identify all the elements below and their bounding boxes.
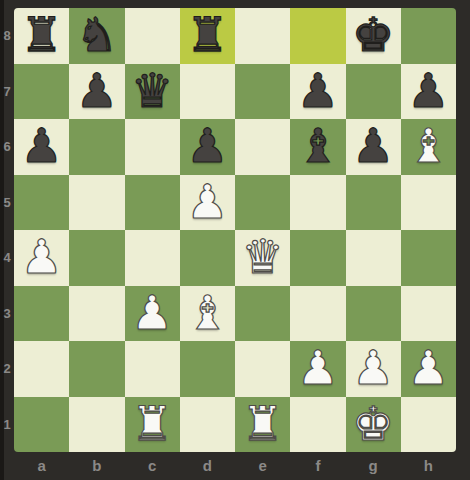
square-g7[interactable]: [346, 64, 401, 120]
white-pawn[interactable]: ♟: [186, 178, 228, 225]
rank-label-5: 5: [0, 175, 14, 231]
square-h5[interactable]: [401, 175, 456, 231]
square-e7[interactable]: [235, 64, 290, 120]
rank-label-4: 4: [0, 230, 14, 286]
white-pawn[interactable]: ♟: [297, 344, 339, 391]
square-h8[interactable]: [401, 8, 456, 64]
square-a4[interactable]: ♟: [14, 230, 69, 286]
file-label-b: b: [69, 452, 124, 478]
square-f1[interactable]: [290, 397, 345, 453]
square-f4[interactable]: [290, 230, 345, 286]
square-g4[interactable]: [346, 230, 401, 286]
square-b1[interactable]: [69, 397, 124, 453]
white-rook[interactable]: ♜: [242, 400, 284, 447]
square-g2[interactable]: ♟: [346, 341, 401, 397]
square-a7[interactable]: [14, 64, 69, 120]
black-bishop[interactable]: ♝: [297, 122, 339, 169]
square-g1[interactable]: ♚: [346, 397, 401, 453]
chess-board: ♜♞♜♚♟♛♟♟♟♟♝♟♝♟♟♛♟♝♟♟♟♜♜♚: [14, 8, 456, 452]
square-c6[interactable]: [125, 119, 180, 175]
square-h3[interactable]: [401, 286, 456, 342]
square-f2[interactable]: ♟: [290, 341, 345, 397]
white-pawn[interactable]: ♟: [131, 289, 173, 336]
square-e2[interactable]: [235, 341, 290, 397]
black-king[interactable]: ♚: [352, 11, 394, 58]
square-f3[interactable]: [290, 286, 345, 342]
square-b7[interactable]: ♟: [69, 64, 124, 120]
rank-coordinates: 87654321: [0, 8, 14, 452]
file-label-e: e: [235, 452, 290, 478]
file-label-f: f: [290, 452, 345, 478]
square-g8[interactable]: ♚: [346, 8, 401, 64]
square-h1[interactable]: [401, 397, 456, 453]
square-d8[interactable]: ♜: [180, 8, 235, 64]
square-d5[interactable]: ♟: [180, 175, 235, 231]
square-h7[interactable]: ♟: [401, 64, 456, 120]
square-a2[interactable]: [14, 341, 69, 397]
square-c1[interactable]: ♜: [125, 397, 180, 453]
square-c2[interactable]: [125, 341, 180, 397]
file-label-a: a: [14, 452, 69, 478]
white-bishop[interactable]: ♝: [186, 289, 228, 336]
black-pawn[interactable]: ♟: [186, 122, 228, 169]
square-a3[interactable]: [14, 286, 69, 342]
file-coordinates: abcdefgh: [14, 452, 456, 478]
square-d4[interactable]: [180, 230, 235, 286]
square-h4[interactable]: [401, 230, 456, 286]
square-b6[interactable]: [69, 119, 124, 175]
white-king[interactable]: ♚: [352, 400, 394, 447]
rank-label-8: 8: [0, 8, 14, 64]
square-e3[interactable]: [235, 286, 290, 342]
black-rook[interactable]: ♜: [21, 11, 63, 58]
square-e4[interactable]: ♛: [235, 230, 290, 286]
white-pawn[interactable]: ♟: [21, 233, 63, 280]
white-pawn[interactable]: ♟: [352, 344, 394, 391]
square-c8[interactable]: [125, 8, 180, 64]
square-a6[interactable]: ♟: [14, 119, 69, 175]
square-d2[interactable]: [180, 341, 235, 397]
file-label-h: h: [401, 452, 456, 478]
black-rook[interactable]: ♜: [186, 11, 228, 58]
white-pawn[interactable]: ♟: [407, 344, 449, 391]
square-g3[interactable]: [346, 286, 401, 342]
square-e5[interactable]: [235, 175, 290, 231]
black-queen[interactable]: ♛: [131, 67, 173, 114]
black-knight[interactable]: ♞: [76, 11, 118, 58]
square-g5[interactable]: [346, 175, 401, 231]
square-c7[interactable]: ♛: [125, 64, 180, 120]
black-pawn[interactable]: ♟: [352, 122, 394, 169]
square-b2[interactable]: [69, 341, 124, 397]
black-pawn[interactable]: ♟: [407, 67, 449, 114]
rank-label-1: 1: [0, 397, 14, 453]
square-d1[interactable]: [180, 397, 235, 453]
rank-label-2: 2: [0, 341, 14, 397]
rank-label-3: 3: [0, 286, 14, 342]
square-d6[interactable]: ♟: [180, 119, 235, 175]
square-c4[interactable]: [125, 230, 180, 286]
rank-label-7: 7: [0, 64, 14, 120]
file-label-c: c: [125, 452, 180, 478]
square-f7[interactable]: ♟: [290, 64, 345, 120]
square-a5[interactable]: [14, 175, 69, 231]
rank-label-6: 6: [0, 119, 14, 175]
square-b4[interactable]: [69, 230, 124, 286]
square-c3[interactable]: ♟: [125, 286, 180, 342]
square-e6[interactable]: [235, 119, 290, 175]
white-rook[interactable]: ♜: [131, 400, 173, 447]
file-label-d: d: [180, 452, 235, 478]
black-pawn[interactable]: ♟: [297, 67, 339, 114]
square-b5[interactable]: [69, 175, 124, 231]
square-f8[interactable]: [290, 8, 345, 64]
square-a1[interactable]: [14, 397, 69, 453]
square-f5[interactable]: [290, 175, 345, 231]
square-f6[interactable]: ♝: [290, 119, 345, 175]
square-e1[interactable]: ♜: [235, 397, 290, 453]
square-b8[interactable]: ♞: [69, 8, 124, 64]
white-bishop[interactable]: ♝: [407, 122, 449, 169]
black-pawn[interactable]: ♟: [76, 67, 118, 114]
square-c5[interactable]: [125, 175, 180, 231]
white-queen[interactable]: ♛: [242, 233, 284, 280]
file-label-g: g: [346, 452, 401, 478]
square-d7[interactable]: [180, 64, 235, 120]
square-a8[interactable]: ♜: [14, 8, 69, 64]
square-h2[interactable]: ♟: [401, 341, 456, 397]
square-g6[interactable]: ♟: [346, 119, 401, 175]
black-pawn[interactable]: ♟: [21, 122, 63, 169]
square-d3[interactable]: ♝: [180, 286, 235, 342]
square-h6[interactable]: ♝: [401, 119, 456, 175]
square-b3[interactable]: [69, 286, 124, 342]
square-e8[interactable]: [235, 8, 290, 64]
